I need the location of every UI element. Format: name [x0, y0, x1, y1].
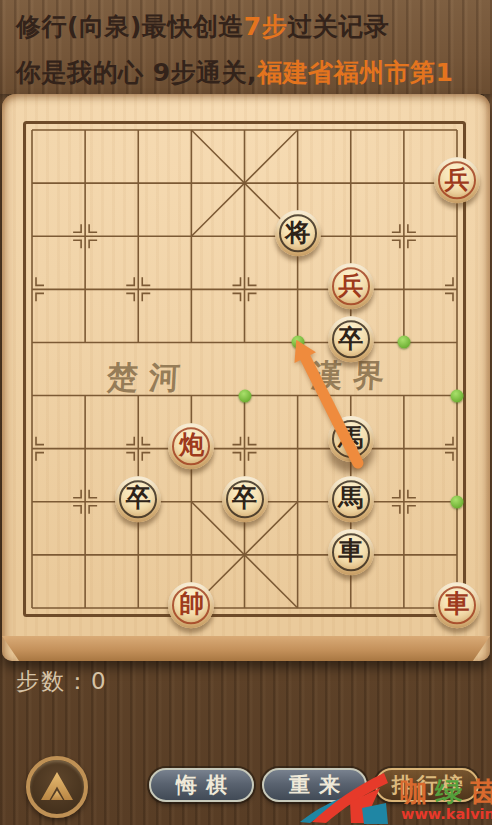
piece-red-chariot[interactable]: 車 — [434, 582, 480, 628]
piece-black-general[interactable]: 将 — [275, 210, 321, 256]
piece-character: 兵 — [445, 167, 470, 192]
piece-character: 卒 — [126, 486, 151, 511]
piece-character: 馬 — [338, 425, 363, 450]
river-label-chu-he: 楚河 — [106, 357, 192, 399]
move-hint-dot[interactable] — [291, 336, 304, 349]
game-screen: 修行(向泉)最快创造7步过关记录 你是我的心 9步通关,福建省福州市第1 楚河 … — [0, 0, 492, 825]
record-text-suffix: 过关记录 — [287, 12, 389, 41]
player-region-highlight: 福建省福州市第1 — [257, 58, 453, 87]
step-counter: 步数：0 — [16, 666, 108, 697]
record-banner: 修行(向泉)最快创造7步过关记录 你是我的心 9步通关,福建省福州市第1 — [0, 0, 492, 94]
piece-character: 兵 — [338, 273, 363, 298]
undo-move-button[interactable]: 悔棋 — [149, 768, 254, 802]
piece-red-general[interactable]: 帥 — [168, 582, 214, 628]
piece-character: 馬 — [338, 486, 363, 511]
piece-black-horse[interactable]: 馬 — [328, 416, 374, 462]
piece-black-chariot[interactable]: 車 — [328, 529, 374, 575]
step-counter-label: 步数： — [16, 668, 91, 694]
move-hint-dot[interactable] — [451, 495, 464, 508]
record-text: 修行(向泉)最快创造 — [16, 12, 244, 41]
piece-black-soldier[interactable]: 卒 — [328, 317, 374, 363]
piece-red-soldier[interactable]: 兵 — [328, 264, 374, 310]
xiangqi-board[interactable] — [2, 94, 490, 661]
watermark-url: www.kalvin.cn — [401, 806, 492, 822]
leaderboard-button[interactable]: 排行榜 — [375, 768, 479, 802]
piece-black-soldier[interactable]: 卒 — [115, 476, 161, 522]
expand-menu-button[interactable] — [26, 756, 88, 818]
move-hint-dot[interactable] — [451, 389, 464, 402]
move-hint-dot[interactable] — [397, 336, 410, 349]
piece-character: 卒 — [232, 486, 257, 511]
restart-button[interactable]: 重来 — [262, 768, 367, 802]
piece-character: 将 — [285, 220, 310, 245]
piece-black-soldier[interactable]: 卒 — [222, 476, 268, 522]
record-steps-highlight: 7步 — [244, 12, 287, 41]
piece-character: 車 — [445, 592, 470, 617]
piece-red-soldier[interactable]: 兵 — [434, 157, 480, 203]
step-counter-value: 0 — [91, 668, 108, 694]
piece-character: 帥 — [179, 592, 204, 617]
piece-character: 炮 — [179, 432, 204, 457]
piece-red-cannon[interactable]: 炮 — [168, 423, 214, 469]
piece-black-horse[interactable]: 馬 — [328, 476, 374, 522]
player-record-text: 你是我的心 9步通关, — [16, 58, 257, 87]
piece-character: 車 — [338, 539, 363, 564]
move-hint-dot[interactable] — [238, 389, 251, 402]
player-record-line: 你是我的心 9步通关,福建省福州市第1 — [16, 56, 454, 89]
piece-character: 卒 — [338, 326, 363, 351]
best-record-line: 修行(向泉)最快创造7步过关记录 — [16, 10, 389, 43]
board-bottom-bevel — [2, 636, 490, 661]
chevron-up-icon — [37, 767, 77, 807]
